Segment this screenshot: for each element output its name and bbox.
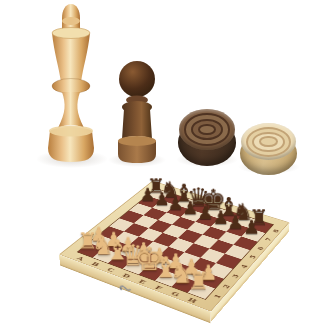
black-pawn-g7: ♟	[227, 213, 244, 232]
black-pawn-d7: ♟	[182, 199, 198, 217]
king-icon	[37, 2, 105, 164]
product-photo: ABCDEFGH 12345678 ♜♞♝♛♚♝♞♜♟♟♟♟♟♟♟♟♟♟♟♟♟♟…	[0, 0, 334, 334]
pawn-icon	[111, 57, 163, 165]
chessboard-scene: ABCDEFGH 12345678 ♜♞♝♛♚♝♞♜♟♟♟♟♟♟♟♟♟♟♟♟♟♟…	[94, 154, 262, 322]
black-pawn-h7: ♟	[243, 218, 260, 237]
black-pawn-e7: ♟	[197, 204, 214, 222]
wooden-pawn-figure	[111, 57, 163, 165]
chessboard: ABCDEFGH 12345678 ♜♞♝♛♚♝♞♜♟♟♟♟♟♟♟♟♟♟♟♟♟♟…	[59, 181, 290, 312]
dark-checker-top	[179, 109, 236, 150]
metal-clasp-icon	[118, 278, 133, 300]
white-rook-h1: ♜	[188, 269, 210, 293]
wooden-king-figure	[37, 2, 105, 164]
